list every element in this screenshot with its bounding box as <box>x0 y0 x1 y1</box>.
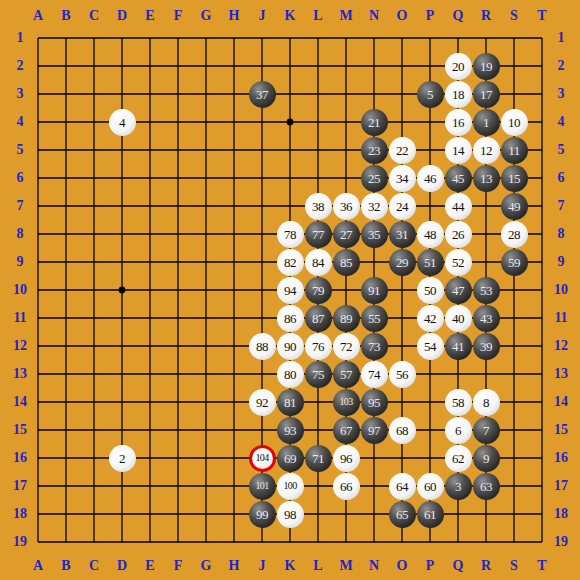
stone-white-Q15: 6 <box>445 417 472 444</box>
col-label-top-H: H <box>220 8 248 24</box>
move-number: 86 <box>284 312 296 325</box>
stone-white-L7: 38 <box>305 193 332 220</box>
col-label-top-S: S <box>500 8 528 24</box>
stone-black-N5: 23 <box>361 137 388 164</box>
move-number: 61 <box>424 508 436 521</box>
stone-white-J12: 88 <box>249 333 276 360</box>
move-number: 29 <box>396 256 408 269</box>
star-point <box>119 287 126 294</box>
stone-black-N6: 25 <box>361 165 388 192</box>
stone-white-M12: 72 <box>333 333 360 360</box>
col-label-top-K: K <box>276 8 304 24</box>
move-number: 54 <box>424 340 436 353</box>
stone-white-K18: 98 <box>277 501 304 528</box>
move-number: 93 <box>284 424 296 437</box>
stone-white-P10: 50 <box>417 277 444 304</box>
col-label-top-C: C <box>80 8 108 24</box>
stone-white-N13: 74 <box>361 361 388 388</box>
row-label-left-18: 18 <box>6 506 34 522</box>
stone-white-Q3: 18 <box>445 81 472 108</box>
col-label-bottom-R: R <box>472 558 500 574</box>
move-number: 14 <box>452 144 464 157</box>
move-number: 87 <box>312 312 324 325</box>
col-label-bottom-M: M <box>332 558 360 574</box>
stone-white-L9: 84 <box>305 249 332 276</box>
stone-black-N12: 73 <box>361 333 388 360</box>
stone-white-O5: 22 <box>389 137 416 164</box>
stone-black-N11: 55 <box>361 305 388 332</box>
stone-white-S4: 10 <box>501 109 528 136</box>
row-label-right-17: 17 <box>547 478 575 494</box>
star-point <box>287 119 294 126</box>
row-label-right-14: 14 <box>547 394 575 410</box>
stone-white-D16: 2 <box>109 445 136 472</box>
move-number: 95 <box>368 396 380 409</box>
stone-black-O18: 65 <box>389 501 416 528</box>
stone-black-M13: 57 <box>333 361 360 388</box>
row-label-left-15: 15 <box>6 422 34 438</box>
stone-black-L10: 79 <box>305 277 332 304</box>
move-number: 74 <box>368 368 380 381</box>
move-number: 58 <box>452 396 464 409</box>
stone-black-L16: 71 <box>305 445 332 472</box>
stone-white-L12: 76 <box>305 333 332 360</box>
row-label-right-7: 7 <box>547 198 575 214</box>
stone-white-K11: 86 <box>277 305 304 332</box>
stone-black-Q17: 3 <box>445 473 472 500</box>
stone-black-P18: 61 <box>417 501 444 528</box>
move-number: 71 <box>312 452 324 465</box>
move-number: 45 <box>452 172 464 185</box>
row-label-left-19: 19 <box>6 534 34 550</box>
row-label-right-1: 1 <box>547 30 575 46</box>
row-label-left-9: 9 <box>6 254 34 270</box>
stone-white-Q9: 52 <box>445 249 472 276</box>
stone-white-Q11: 40 <box>445 305 472 332</box>
stone-black-O8: 31 <box>389 221 416 248</box>
stone-white-K13: 80 <box>277 361 304 388</box>
move-number: 35 <box>368 228 380 241</box>
move-number: 85 <box>340 256 352 269</box>
stone-white-M7: 36 <box>333 193 360 220</box>
stone-white-O13: 56 <box>389 361 416 388</box>
stone-white-R14: 8 <box>473 389 500 416</box>
col-label-top-N: N <box>360 8 388 24</box>
move-number: 31 <box>396 228 408 241</box>
move-number: 41 <box>452 340 464 353</box>
move-number: 84 <box>312 256 324 269</box>
stone-white-Q14: 58 <box>445 389 472 416</box>
stone-black-S6: 15 <box>501 165 528 192</box>
move-number: 81 <box>284 396 296 409</box>
stone-black-N8: 35 <box>361 221 388 248</box>
stone-white-Q8: 26 <box>445 221 472 248</box>
stone-white-S8: 28 <box>501 221 528 248</box>
move-number: 99 <box>256 508 268 521</box>
stone-white-Q4: 16 <box>445 109 472 136</box>
move-number: 76 <box>312 340 324 353</box>
move-number: 63 <box>480 480 492 493</box>
move-number: 69 <box>284 452 296 465</box>
row-label-left-5: 5 <box>6 142 34 158</box>
move-number: 38 <box>312 200 324 213</box>
move-number: 15 <box>508 172 520 185</box>
move-number: 22 <box>396 144 408 157</box>
col-label-bottom-A: A <box>24 558 52 574</box>
stone-white-K12: 90 <box>277 333 304 360</box>
move-number: 53 <box>480 284 492 297</box>
row-label-left-11: 11 <box>6 310 34 326</box>
stone-black-J18: 99 <box>249 501 276 528</box>
stone-white-P17: 60 <box>417 473 444 500</box>
move-number: 94 <box>284 284 296 297</box>
move-number: 77 <box>312 228 324 241</box>
last-move-stone-white-J16: 104 <box>249 445 276 472</box>
move-number: 78 <box>284 228 296 241</box>
col-label-bottom-F: F <box>164 558 192 574</box>
col-label-bottom-K: K <box>276 558 304 574</box>
row-label-right-3: 3 <box>547 86 575 102</box>
move-number: 64 <box>396 480 408 493</box>
col-label-bottom-T: T <box>528 558 556 574</box>
stone-black-R15: 7 <box>473 417 500 444</box>
move-number: 96 <box>340 452 352 465</box>
col-label-top-P: P <box>416 8 444 24</box>
move-number: 10 <box>508 116 520 129</box>
move-number: 65 <box>396 508 408 521</box>
stone-black-S5: 11 <box>501 137 528 164</box>
row-label-left-13: 13 <box>6 366 34 382</box>
row-label-right-12: 12 <box>547 338 575 354</box>
go-board[interactable]: AABBCCDDEEFFGGHHJJKKLLMMNNOOPPQQRRSSTT11… <box>0 0 580 580</box>
move-number: 82 <box>284 256 296 269</box>
move-number: 100 <box>283 481 296 491</box>
stone-black-M8: 27 <box>333 221 360 248</box>
stone-black-M15: 67 <box>333 417 360 444</box>
row-label-left-17: 17 <box>6 478 34 494</box>
stone-black-R17: 63 <box>473 473 500 500</box>
stone-black-R12: 39 <box>473 333 500 360</box>
row-label-left-6: 6 <box>6 170 34 186</box>
col-label-top-G: G <box>192 8 220 24</box>
stone-black-R2: 19 <box>473 53 500 80</box>
stone-white-P8: 48 <box>417 221 444 248</box>
move-number: 52 <box>452 256 464 269</box>
col-label-bottom-L: L <box>304 558 332 574</box>
row-label-left-4: 4 <box>6 114 34 130</box>
move-number: 32 <box>368 200 380 213</box>
col-label-top-O: O <box>388 8 416 24</box>
stone-black-M9: 85 <box>333 249 360 276</box>
stone-white-O15: 68 <box>389 417 416 444</box>
move-number: 91 <box>368 284 380 297</box>
move-number: 19 <box>480 60 492 73</box>
stone-black-N4: 21 <box>361 109 388 136</box>
move-number: 28 <box>508 228 520 241</box>
move-number: 50 <box>424 284 436 297</box>
row-label-left-14: 14 <box>6 394 34 410</box>
stone-black-J17: 101 <box>249 473 276 500</box>
row-label-left-7: 7 <box>6 198 34 214</box>
stone-black-K16: 69 <box>277 445 304 472</box>
move-number: 3 <box>455 480 461 493</box>
move-number: 89 <box>340 312 352 325</box>
row-label-left-3: 3 <box>6 86 34 102</box>
move-number: 56 <box>396 368 408 381</box>
stone-black-O9: 29 <box>389 249 416 276</box>
stone-black-P3: 5 <box>417 81 444 108</box>
move-number: 68 <box>396 424 408 437</box>
stone-black-Q10: 47 <box>445 277 472 304</box>
move-number: 17 <box>480 88 492 101</box>
move-number: 59 <box>508 256 520 269</box>
row-label-right-15: 15 <box>547 422 575 438</box>
move-number: 55 <box>368 312 380 325</box>
move-number: 80 <box>284 368 296 381</box>
stone-white-K10: 94 <box>277 277 304 304</box>
stone-black-L13: 75 <box>305 361 332 388</box>
stone-black-J3: 37 <box>249 81 276 108</box>
move-number: 18 <box>452 88 464 101</box>
move-number: 48 <box>424 228 436 241</box>
move-number: 88 <box>256 340 268 353</box>
stone-white-Q5: 14 <box>445 137 472 164</box>
col-label-bottom-O: O <box>388 558 416 574</box>
move-number: 97 <box>368 424 380 437</box>
stone-white-P11: 42 <box>417 305 444 332</box>
move-number: 75 <box>312 368 324 381</box>
move-number: 5 <box>427 88 433 101</box>
move-number: 47 <box>452 284 464 297</box>
row-label-right-18: 18 <box>547 506 575 522</box>
move-number: 37 <box>256 88 268 101</box>
move-number: 90 <box>284 340 296 353</box>
stone-white-K8: 78 <box>277 221 304 248</box>
move-number: 98 <box>284 508 296 521</box>
row-label-right-5: 5 <box>547 142 575 158</box>
move-number: 73 <box>368 340 380 353</box>
col-label-top-M: M <box>332 8 360 24</box>
stone-white-M16: 96 <box>333 445 360 472</box>
col-label-top-T: T <box>528 8 556 24</box>
row-label-left-12: 12 <box>6 338 34 354</box>
move-number: 4 <box>119 116 125 129</box>
move-number: 20 <box>452 60 464 73</box>
row-label-right-19: 19 <box>547 534 575 550</box>
col-label-top-Q: Q <box>444 8 472 24</box>
move-number: 72 <box>340 340 352 353</box>
move-number: 101 <box>255 481 268 491</box>
move-number: 1 <box>483 116 489 129</box>
stone-black-R3: 17 <box>473 81 500 108</box>
col-label-bottom-S: S <box>500 558 528 574</box>
stone-black-M11: 89 <box>333 305 360 332</box>
move-number: 60 <box>424 480 436 493</box>
stone-black-L8: 77 <box>305 221 332 248</box>
move-number: 27 <box>340 228 352 241</box>
row-label-left-2: 2 <box>6 58 34 74</box>
col-label-bottom-H: H <box>220 558 248 574</box>
move-number: 36 <box>340 200 352 213</box>
stone-black-N14: 95 <box>361 389 388 416</box>
move-number: 2 <box>119 452 125 465</box>
stone-black-R6: 13 <box>473 165 500 192</box>
row-label-left-8: 8 <box>6 226 34 242</box>
move-number: 67 <box>340 424 352 437</box>
stone-white-Q16: 62 <box>445 445 472 472</box>
col-label-bottom-P: P <box>416 558 444 574</box>
move-number: 12 <box>480 144 492 157</box>
stone-white-N7: 32 <box>361 193 388 220</box>
stone-black-R16: 9 <box>473 445 500 472</box>
col-label-bottom-J: J <box>248 558 276 574</box>
col-label-bottom-C: C <box>80 558 108 574</box>
stone-white-P12: 54 <box>417 333 444 360</box>
row-label-left-10: 10 <box>6 282 34 298</box>
row-label-right-16: 16 <box>547 450 575 466</box>
col-label-top-B: B <box>52 8 80 24</box>
move-number: 79 <box>312 284 324 297</box>
stone-black-Q12: 41 <box>445 333 472 360</box>
move-number: 11 <box>508 144 520 157</box>
stone-white-O6: 34 <box>389 165 416 192</box>
col-label-top-F: F <box>164 8 192 24</box>
move-number: 26 <box>452 228 464 241</box>
move-number: 34 <box>396 172 408 185</box>
row-label-right-6: 6 <box>547 170 575 186</box>
move-number: 21 <box>368 116 380 129</box>
stone-white-K17: 100 <box>277 473 304 500</box>
stone-black-N15: 97 <box>361 417 388 444</box>
row-label-right-13: 13 <box>547 366 575 382</box>
col-label-top-E: E <box>136 8 164 24</box>
row-label-right-9: 9 <box>547 254 575 270</box>
move-number: 62 <box>452 452 464 465</box>
stone-black-R10: 53 <box>473 277 500 304</box>
move-number: 42 <box>424 312 436 325</box>
row-label-right-2: 2 <box>547 58 575 74</box>
col-label-top-D: D <box>108 8 136 24</box>
move-number: 39 <box>480 340 492 353</box>
stone-black-S7: 49 <box>501 193 528 220</box>
move-number: 49 <box>508 200 520 213</box>
col-label-top-L: L <box>304 8 332 24</box>
stone-white-Q2: 20 <box>445 53 472 80</box>
stone-white-M17: 66 <box>333 473 360 500</box>
col-label-top-J: J <box>248 8 276 24</box>
move-number: 16 <box>452 116 464 129</box>
col-label-bottom-B: B <box>52 558 80 574</box>
move-number: 51 <box>424 256 436 269</box>
move-number: 46 <box>424 172 436 185</box>
col-label-top-R: R <box>472 8 500 24</box>
stone-black-L11: 87 <box>305 305 332 332</box>
move-number: 104 <box>255 453 268 463</box>
stone-black-M14: 103 <box>333 389 360 416</box>
stone-black-K15: 93 <box>277 417 304 444</box>
move-number: 44 <box>452 200 464 213</box>
stone-white-K9: 82 <box>277 249 304 276</box>
stone-white-O17: 64 <box>389 473 416 500</box>
row-label-right-4: 4 <box>547 114 575 130</box>
move-number: 13 <box>480 172 492 185</box>
stone-black-R4: 1 <box>473 109 500 136</box>
move-number: 43 <box>480 312 492 325</box>
col-label-bottom-G: G <box>192 558 220 574</box>
stone-black-P9: 51 <box>417 249 444 276</box>
move-number: 6 <box>455 424 461 437</box>
stone-white-P6: 46 <box>417 165 444 192</box>
row-label-right-8: 8 <box>547 226 575 242</box>
stone-white-D4: 4 <box>109 109 136 136</box>
stone-white-R5: 12 <box>473 137 500 164</box>
move-number: 24 <box>396 200 408 213</box>
row-label-right-10: 10 <box>547 282 575 298</box>
move-number: 8 <box>483 396 489 409</box>
row-label-left-1: 1 <box>6 30 34 46</box>
stone-white-J14: 92 <box>249 389 276 416</box>
move-number: 23 <box>368 144 380 157</box>
stone-black-N10: 91 <box>361 277 388 304</box>
col-label-bottom-Q: Q <box>444 558 472 574</box>
move-number: 9 <box>483 452 489 465</box>
move-number: 40 <box>452 312 464 325</box>
row-label-left-16: 16 <box>6 450 34 466</box>
stone-black-R11: 43 <box>473 305 500 332</box>
col-label-top-A: A <box>24 8 52 24</box>
col-label-bottom-N: N <box>360 558 388 574</box>
stone-black-K14: 81 <box>277 389 304 416</box>
move-number: 103 <box>339 397 352 407</box>
stone-black-Q6: 45 <box>445 165 472 192</box>
move-number: 66 <box>340 480 352 493</box>
move-number: 25 <box>368 172 380 185</box>
move-number: 57 <box>340 368 352 381</box>
stone-white-Q7: 44 <box>445 193 472 220</box>
col-label-bottom-D: D <box>108 558 136 574</box>
stone-white-O7: 24 <box>389 193 416 220</box>
col-label-bottom-E: E <box>136 558 164 574</box>
stone-black-S9: 59 <box>501 249 528 276</box>
row-label-right-11: 11 <box>547 310 575 326</box>
move-number: 7 <box>483 424 489 437</box>
move-number: 92 <box>256 396 268 409</box>
